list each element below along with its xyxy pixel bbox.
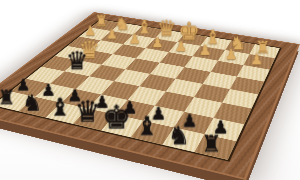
white-rook: ♜ bbox=[90, 14, 113, 29]
white-rook: ♜ bbox=[249, 39, 275, 56]
chess-board: ♜♞♝♛♚♝♞♜♟♟♟♟♟♟♟♟♛♛♟♟♟♟♟♟♟♟♜♞♝♛♚♝♞♜ bbox=[0, 19, 282, 162]
chess-board-frame: ♜♞♝♛♚♝♞♜♟♟♟♟♟♟♟♟♛♛♟♟♟♟♟♟♟♟♜♞♝♛♚♝♞♜ bbox=[0, 12, 300, 180]
board-3d-scene: ♜♞♝♛♚♝♞♜♟♟♟♟♟♟♟♟♛♛♟♟♟♟♟♟♟♟♜♞♝♛♚♝♞♜ bbox=[0, 12, 300, 180]
white-bishop: ♝ bbox=[132, 18, 156, 36]
square-h2: ♟ bbox=[243, 54, 275, 69]
product-photo-stage: ♜♞♝♛♚♝♞♜♟♟♟♟♟♟♟♟♛♛♟♟♟♟♟♟♟♟♜♞♝♛♚♝♞♜ bbox=[0, 0, 300, 180]
black-pawn: ♟ bbox=[114, 100, 145, 117]
white-knight: ♞ bbox=[225, 33, 250, 52]
